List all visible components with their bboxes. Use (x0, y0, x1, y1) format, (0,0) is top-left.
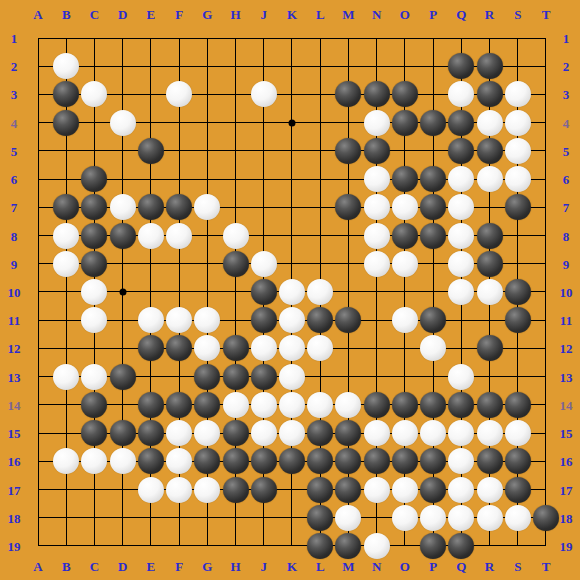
white-stone (279, 307, 305, 333)
column-label-top: H (230, 8, 240, 21)
white-stone (251, 251, 277, 277)
row-label-left: 11 (8, 314, 20, 327)
black-stone (110, 420, 136, 446)
row-label-right: 15 (560, 427, 573, 440)
black-stone (335, 194, 361, 220)
black-stone (505, 477, 531, 503)
white-stone (53, 251, 79, 277)
white-stone (364, 533, 390, 559)
white-stone (53, 364, 79, 390)
row-label-left: 5 (11, 144, 18, 157)
white-stone (477, 279, 503, 305)
white-stone (138, 307, 164, 333)
row-label-left: 19 (8, 539, 21, 552)
row-label-right: 4 (563, 116, 570, 129)
row-label-left: 17 (8, 483, 21, 496)
black-stone (138, 335, 164, 361)
row-label-right: 17 (560, 483, 573, 496)
row-label-left: 6 (11, 173, 18, 186)
black-stone (223, 477, 249, 503)
black-stone (81, 166, 107, 192)
row-label-right: 9 (563, 257, 570, 270)
column-label-bottom: S (514, 560, 521, 573)
column-label-bottom: P (429, 560, 437, 573)
column-label-bottom: E (147, 560, 156, 573)
column-label-top: J (261, 8, 268, 21)
column-label-bottom: N (372, 560, 381, 573)
white-stone (505, 505, 531, 531)
white-stone (364, 166, 390, 192)
column-label-bottom: L (316, 560, 325, 573)
black-stone (392, 448, 418, 474)
white-stone (477, 166, 503, 192)
black-stone (448, 533, 474, 559)
white-stone (364, 223, 390, 249)
black-stone (420, 110, 446, 136)
black-stone (420, 307, 446, 333)
black-stone (110, 364, 136, 390)
white-stone (505, 420, 531, 446)
black-stone (505, 194, 531, 220)
black-stone (364, 448, 390, 474)
column-label-top: N (372, 8, 381, 21)
white-stone (279, 364, 305, 390)
black-stone (110, 223, 136, 249)
white-stone (53, 53, 79, 79)
black-stone (533, 505, 559, 531)
black-stone (477, 81, 503, 107)
black-stone (138, 420, 164, 446)
black-stone (138, 392, 164, 418)
white-stone (166, 420, 192, 446)
white-stone (251, 420, 277, 446)
white-stone (392, 420, 418, 446)
black-stone (335, 138, 361, 164)
white-stone (166, 477, 192, 503)
column-label-bottom: B (62, 560, 71, 573)
column-label-bottom: M (342, 560, 354, 573)
black-stone (251, 448, 277, 474)
black-stone (223, 364, 249, 390)
white-stone (194, 307, 220, 333)
black-stone (223, 251, 249, 277)
column-label-top: R (485, 8, 494, 21)
black-stone (448, 392, 474, 418)
white-stone (448, 364, 474, 390)
black-stone (448, 138, 474, 164)
row-label-left: 9 (11, 257, 18, 270)
white-stone (194, 194, 220, 220)
white-stone (110, 110, 136, 136)
black-stone (392, 166, 418, 192)
white-stone (448, 420, 474, 446)
black-stone (505, 279, 531, 305)
white-stone (420, 505, 446, 531)
black-stone (307, 307, 333, 333)
black-stone (364, 392, 390, 418)
black-stone (364, 81, 390, 107)
white-stone (166, 307, 192, 333)
black-stone (335, 307, 361, 333)
white-stone (505, 81, 531, 107)
column-label-top: E (147, 8, 156, 21)
column-label-top: B (62, 8, 71, 21)
column-label-bottom: H (230, 560, 240, 573)
white-stone (81, 364, 107, 390)
row-label-right: 2 (563, 60, 570, 73)
black-stone (505, 392, 531, 418)
column-label-top: S (514, 8, 521, 21)
white-stone (505, 138, 531, 164)
black-stone (448, 53, 474, 79)
white-stone (81, 81, 107, 107)
black-stone (307, 505, 333, 531)
white-stone (392, 251, 418, 277)
row-label-left: 4 (11, 116, 18, 129)
row-label-right: 19 (560, 539, 573, 552)
white-stone (448, 194, 474, 220)
white-stone (279, 279, 305, 305)
black-stone (505, 448, 531, 474)
column-label-top: D (118, 8, 127, 21)
white-stone (138, 477, 164, 503)
row-label-left: 7 (11, 201, 18, 214)
white-stone (364, 251, 390, 277)
grid-line-vertical (545, 38, 546, 547)
go-board[interactable]: AABBCCDDEEFFGGHHJJKKLLMMNNOOPPQQRRSSTT11… (0, 0, 580, 580)
column-label-bottom: C (90, 560, 99, 573)
column-label-bottom: F (175, 560, 183, 573)
white-stone (448, 166, 474, 192)
white-stone (110, 448, 136, 474)
row-label-left: 12 (8, 342, 21, 355)
white-stone (392, 194, 418, 220)
white-stone (307, 335, 333, 361)
white-stone (505, 110, 531, 136)
column-label-bottom: J (261, 560, 268, 573)
black-stone (420, 223, 446, 249)
black-stone (194, 392, 220, 418)
white-stone (166, 81, 192, 107)
row-label-left: 16 (8, 455, 21, 468)
black-stone (81, 420, 107, 446)
white-stone (307, 392, 333, 418)
black-stone (138, 194, 164, 220)
row-label-left: 13 (8, 370, 21, 383)
column-label-top: F (175, 8, 183, 21)
black-stone (477, 392, 503, 418)
star-point (119, 288, 126, 295)
black-stone (251, 364, 277, 390)
white-stone (81, 279, 107, 305)
white-stone (53, 223, 79, 249)
black-stone (392, 223, 418, 249)
row-label-right: 11 (560, 314, 572, 327)
black-stone (477, 251, 503, 277)
black-stone (307, 477, 333, 503)
black-stone (477, 138, 503, 164)
black-stone (223, 420, 249, 446)
white-stone (448, 251, 474, 277)
black-stone (477, 335, 503, 361)
black-stone (251, 307, 277, 333)
white-stone (477, 420, 503, 446)
black-stone (251, 279, 277, 305)
row-label-right: 3 (563, 88, 570, 101)
white-stone (477, 110, 503, 136)
white-stone (194, 335, 220, 361)
white-stone (251, 81, 277, 107)
white-stone (392, 307, 418, 333)
black-stone (335, 533, 361, 559)
column-label-bottom: K (287, 560, 297, 573)
row-label-right: 6 (563, 173, 570, 186)
black-stone (477, 53, 503, 79)
row-label-right: 5 (563, 144, 570, 157)
row-label-left: 2 (11, 60, 18, 73)
white-stone (448, 223, 474, 249)
black-stone (420, 448, 446, 474)
black-stone (81, 251, 107, 277)
white-stone (364, 194, 390, 220)
column-label-bottom: R (485, 560, 494, 573)
row-label-left: 10 (8, 285, 21, 298)
black-stone (364, 138, 390, 164)
black-stone (420, 166, 446, 192)
black-stone (194, 448, 220, 474)
white-stone (81, 307, 107, 333)
black-stone (335, 420, 361, 446)
row-label-right: 12 (560, 342, 573, 355)
column-label-top: C (90, 8, 99, 21)
white-stone (194, 420, 220, 446)
row-label-right: 18 (560, 511, 573, 524)
row-label-right: 8 (563, 229, 570, 242)
black-stone (335, 448, 361, 474)
white-stone (335, 392, 361, 418)
white-stone (110, 194, 136, 220)
column-label-top: K (287, 8, 297, 21)
row-label-left: 18 (8, 511, 21, 524)
black-stone (335, 477, 361, 503)
column-label-top: T (542, 8, 551, 21)
column-label-bottom: A (33, 560, 42, 573)
black-stone (279, 448, 305, 474)
white-stone (166, 223, 192, 249)
row-label-right: 14 (560, 398, 573, 411)
white-stone (364, 477, 390, 503)
row-label-right: 10 (560, 285, 573, 298)
white-stone (364, 110, 390, 136)
white-stone (81, 448, 107, 474)
star-point (288, 119, 295, 126)
column-label-top: G (202, 8, 212, 21)
black-stone (477, 448, 503, 474)
column-label-top: A (33, 8, 42, 21)
black-stone (53, 194, 79, 220)
column-label-top: Q (456, 8, 466, 21)
white-stone (448, 81, 474, 107)
row-label-right: 16 (560, 455, 573, 468)
white-stone (364, 420, 390, 446)
row-label-left: 14 (8, 398, 21, 411)
black-stone (477, 223, 503, 249)
white-stone (223, 392, 249, 418)
black-stone (335, 81, 361, 107)
white-stone (279, 392, 305, 418)
black-stone (307, 420, 333, 446)
column-label-bottom: O (400, 560, 410, 573)
white-stone (53, 448, 79, 474)
black-stone (392, 81, 418, 107)
white-stone (448, 477, 474, 503)
column-label-bottom: T (542, 560, 551, 573)
column-label-top: P (429, 8, 437, 21)
black-stone (307, 533, 333, 559)
row-label-right: 13 (560, 370, 573, 383)
white-stone (448, 505, 474, 531)
column-label-top: L (316, 8, 325, 21)
column-label-bottom: G (202, 560, 212, 573)
row-label-left: 1 (11, 32, 18, 45)
black-stone (166, 392, 192, 418)
row-label-left: 15 (8, 427, 21, 440)
black-stone (420, 194, 446, 220)
black-stone (81, 223, 107, 249)
black-stone (448, 110, 474, 136)
white-stone (420, 335, 446, 361)
white-stone (420, 420, 446, 446)
white-stone (335, 505, 361, 531)
white-stone (392, 477, 418, 503)
black-stone (392, 392, 418, 418)
black-stone (420, 533, 446, 559)
white-stone (279, 420, 305, 446)
black-stone (166, 194, 192, 220)
black-stone (505, 307, 531, 333)
white-stone (138, 223, 164, 249)
white-stone (392, 505, 418, 531)
white-stone (251, 335, 277, 361)
black-stone (53, 81, 79, 107)
white-stone (505, 166, 531, 192)
black-stone (138, 448, 164, 474)
black-stone (166, 335, 192, 361)
white-stone (194, 477, 220, 503)
column-label-top: O (400, 8, 410, 21)
row-label-left: 3 (11, 88, 18, 101)
black-stone (81, 392, 107, 418)
black-stone (251, 477, 277, 503)
row-label-right: 1 (563, 32, 570, 45)
black-stone (53, 110, 79, 136)
white-stone (477, 505, 503, 531)
black-stone (81, 194, 107, 220)
black-stone (138, 138, 164, 164)
black-stone (420, 477, 446, 503)
black-stone (194, 364, 220, 390)
white-stone (448, 279, 474, 305)
black-stone (223, 335, 249, 361)
white-stone (223, 223, 249, 249)
black-stone (223, 448, 249, 474)
black-stone (392, 110, 418, 136)
black-stone (420, 392, 446, 418)
white-stone (477, 477, 503, 503)
column-label-top: M (342, 8, 354, 21)
white-stone (166, 448, 192, 474)
white-stone (307, 279, 333, 305)
column-label-bottom: D (118, 560, 127, 573)
go-app: AABBCCDDEEFFGGHHJJKKLLMMNNOOPPQQRRSSTT11… (0, 0, 580, 580)
white-stone (448, 448, 474, 474)
white-stone (279, 335, 305, 361)
row-label-left: 8 (11, 229, 18, 242)
white-stone (251, 392, 277, 418)
column-label-bottom: Q (456, 560, 466, 573)
black-stone (307, 448, 333, 474)
row-label-right: 7 (563, 201, 570, 214)
